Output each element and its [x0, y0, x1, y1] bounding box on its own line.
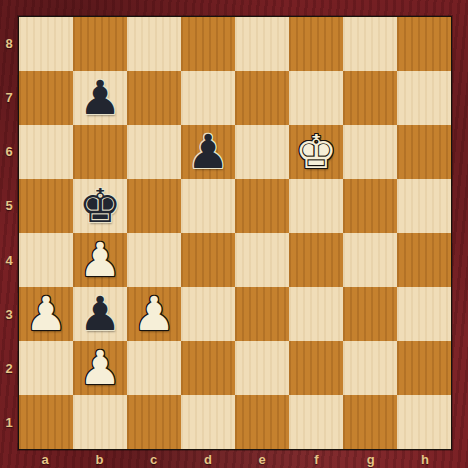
- square-b5[interactable]: ♚: [73, 179, 127, 233]
- square-h5[interactable]: [397, 179, 451, 233]
- square-a6[interactable]: [19, 125, 73, 179]
- rank-label-1: 1: [0, 396, 18, 450]
- square-g4[interactable]: [343, 233, 397, 287]
- square-c4[interactable]: [127, 233, 181, 287]
- black-king[interactable]: ♚: [79, 179, 121, 233]
- square-f4[interactable]: [289, 233, 343, 287]
- file-label-e: e: [235, 450, 289, 468]
- square-c8[interactable]: [127, 17, 181, 71]
- square-e8[interactable]: [235, 17, 289, 71]
- square-a3[interactable]: ♟: [19, 287, 73, 341]
- file-label-h: h: [398, 450, 452, 468]
- white-pawn[interactable]: ♟: [79, 341, 121, 395]
- square-g6[interactable]: [343, 125, 397, 179]
- square-c6[interactable]: [127, 125, 181, 179]
- white-pawn[interactable]: ♟: [79, 233, 121, 287]
- square-h8[interactable]: [397, 17, 451, 71]
- white-pawn[interactable]: ♟: [25, 287, 67, 341]
- square-c3[interactable]: ♟: [127, 287, 181, 341]
- chess-board[interactable]: ♟♟♚♚♟♟♟♟♟: [18, 16, 452, 450]
- square-d3[interactable]: [181, 287, 235, 341]
- square-h6[interactable]: [397, 125, 451, 179]
- square-d6[interactable]: ♟: [181, 125, 235, 179]
- black-pawn[interactable]: ♟: [187, 125, 229, 179]
- square-c5[interactable]: [127, 179, 181, 233]
- square-a4[interactable]: [19, 233, 73, 287]
- square-e4[interactable]: [235, 233, 289, 287]
- rank-label-6: 6: [0, 125, 18, 179]
- square-f7[interactable]: [289, 71, 343, 125]
- file-label-g: g: [344, 450, 398, 468]
- square-a2[interactable]: [19, 341, 73, 395]
- square-a1[interactable]: [19, 395, 73, 449]
- black-pawn[interactable]: ♟: [79, 287, 121, 341]
- square-g7[interactable]: [343, 71, 397, 125]
- square-g3[interactable]: [343, 287, 397, 341]
- square-b6[interactable]: [73, 125, 127, 179]
- black-pawn[interactable]: ♟: [79, 71, 121, 125]
- square-f8[interactable]: [289, 17, 343, 71]
- square-d7[interactable]: [181, 71, 235, 125]
- square-b1[interactable]: [73, 395, 127, 449]
- square-d5[interactable]: [181, 179, 235, 233]
- white-king[interactable]: ♚: [295, 125, 337, 179]
- chessboard-window: 87654321 ♟♟♚♚♟♟♟♟♟ abcdefgh: [0, 0, 468, 468]
- square-h1[interactable]: [397, 395, 451, 449]
- square-e2[interactable]: [235, 341, 289, 395]
- file-label-d: d: [181, 450, 235, 468]
- square-c7[interactable]: [127, 71, 181, 125]
- rank-label-2: 2: [0, 342, 18, 396]
- rank-label-7: 7: [0, 70, 18, 124]
- square-e7[interactable]: [235, 71, 289, 125]
- square-d4[interactable]: [181, 233, 235, 287]
- white-pawn[interactable]: ♟: [133, 287, 175, 341]
- square-b8[interactable]: [73, 17, 127, 71]
- square-c1[interactable]: [127, 395, 181, 449]
- square-e5[interactable]: [235, 179, 289, 233]
- square-e1[interactable]: [235, 395, 289, 449]
- file-labels: abcdefgh: [18, 450, 452, 468]
- square-f1[interactable]: [289, 395, 343, 449]
- square-d2[interactable]: [181, 341, 235, 395]
- square-h2[interactable]: [397, 341, 451, 395]
- square-a8[interactable]: [19, 17, 73, 71]
- file-label-f: f: [289, 450, 343, 468]
- rank-labels: 87654321: [0, 16, 18, 450]
- rank-label-3: 3: [0, 287, 18, 341]
- square-b4[interactable]: ♟: [73, 233, 127, 287]
- rank-label-4: 4: [0, 233, 18, 287]
- square-g5[interactable]: [343, 179, 397, 233]
- square-a7[interactable]: [19, 71, 73, 125]
- square-c2[interactable]: [127, 341, 181, 395]
- file-label-c: c: [127, 450, 181, 468]
- square-b7[interactable]: ♟: [73, 71, 127, 125]
- square-h3[interactable]: [397, 287, 451, 341]
- square-e3[interactable]: [235, 287, 289, 341]
- square-g8[interactable]: [343, 17, 397, 71]
- rank-label-8: 8: [0, 16, 18, 70]
- square-f3[interactable]: [289, 287, 343, 341]
- square-f2[interactable]: [289, 341, 343, 395]
- square-d1[interactable]: [181, 395, 235, 449]
- square-a5[interactable]: [19, 179, 73, 233]
- square-d8[interactable]: [181, 17, 235, 71]
- square-h7[interactable]: [397, 71, 451, 125]
- square-f5[interactable]: [289, 179, 343, 233]
- file-label-b: b: [72, 450, 126, 468]
- file-label-a: a: [18, 450, 72, 468]
- square-e6[interactable]: [235, 125, 289, 179]
- rank-label-5: 5: [0, 179, 18, 233]
- square-b3[interactable]: ♟: [73, 287, 127, 341]
- square-g1[interactable]: [343, 395, 397, 449]
- square-f6[interactable]: ♚: [289, 125, 343, 179]
- square-h4[interactable]: [397, 233, 451, 287]
- square-b2[interactable]: ♟: [73, 341, 127, 395]
- square-g2[interactable]: [343, 341, 397, 395]
